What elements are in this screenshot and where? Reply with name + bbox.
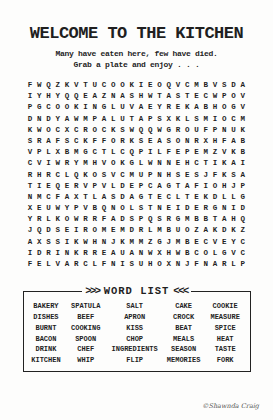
grid-cell-r12c14: T <box>146 203 155 214</box>
grid-cell-r6c4: F <box>53 136 62 147</box>
word-item-burnt: BURNT <box>28 323 65 334</box>
grid-cell-r11c11: D <box>118 192 127 203</box>
grid-cell-r13c2: R <box>35 214 44 225</box>
word-item-dishes: DISHES <box>28 312 65 323</box>
grid-cell-r15c6: K <box>72 237 81 248</box>
grid-cell-r9c22: K <box>220 170 229 181</box>
subtitle-line-1: Many have eaten here, few have died. <box>0 48 273 59</box>
grid-cell-r17c9: F <box>100 259 109 270</box>
grid-cell-r6c11: R <box>118 136 127 147</box>
grid-cell-r12c22: N <box>220 203 229 214</box>
grid-cell-r17c10: N <box>109 259 118 270</box>
grid-cell-r16c7: R <box>81 248 90 259</box>
grid-cell-r15c1: A <box>26 237 35 248</box>
grid-cell-r2c16: A <box>164 91 173 102</box>
grid-cell-r5c18: O <box>183 125 192 136</box>
word-item-beat: BEAT <box>162 323 204 334</box>
grid-cell-r1c17: V <box>174 80 183 91</box>
grid-cell-r17c2: E <box>35 259 44 270</box>
grid-cell-r4c23: C <box>229 114 238 125</box>
grid-cell-r1c1: F <box>26 80 35 91</box>
grid-cell-r9c4: C <box>53 170 62 181</box>
grid-cell-r3c1: P <box>26 102 35 113</box>
grid-cell-r14c15: M <box>155 225 164 236</box>
grid-cell-r14c24: Z <box>238 225 247 236</box>
grid-cell-r6c20: X <box>201 136 210 147</box>
grid-cell-r5c13: Q <box>137 125 146 136</box>
grid-cell-r2c14: W <box>146 91 155 102</box>
grid-cell-r14c19: Z <box>192 225 201 236</box>
grid-cell-r16c17: W <box>174 248 183 259</box>
word-item-whip: WHIP <box>64 355 107 366</box>
grid-cell-r2c4: Y <box>53 91 62 102</box>
grid-cell-r5c1: K <box>26 125 35 136</box>
grid-cell-r15c4: S <box>53 237 62 248</box>
grid-cell-r11c19: E <box>192 192 201 203</box>
grid-cell-r6c2: R <box>35 136 44 147</box>
grid-cell-r8c23: A <box>229 158 238 169</box>
grid-cell-r1c2: W <box>35 80 44 91</box>
grid-cell-r12c8: B <box>90 203 99 214</box>
grid-cell-r15c19: E <box>192 237 201 248</box>
grid-cell-r14c17: U <box>174 225 183 236</box>
grid-cell-r17c24: P <box>238 259 247 270</box>
grid-cell-r10c8: P <box>90 181 99 192</box>
grid-cell-r6c5: S <box>63 136 72 147</box>
grid-cell-r8c22: K <box>220 158 229 169</box>
grid-cell-r12c16: E <box>164 203 173 214</box>
grid-cell-r13c20: B <box>201 214 210 225</box>
grid-cell-r7c24: B <box>238 147 247 158</box>
word-list: BAKERYSPATULASALTCAKECOOKIEDISHESBEEFAPR… <box>28 301 246 366</box>
grid-cell-r17c6: R <box>72 259 81 270</box>
grid-cell-r1c6: V <box>72 80 81 91</box>
grid-cell-r7c4: X <box>53 147 62 158</box>
grid-cell-r2c10: N <box>109 91 118 102</box>
grid-cell-r8c5: R <box>63 158 72 169</box>
word-item-heat: HEAT <box>205 334 246 345</box>
grid-cell-r8c2: V <box>35 158 44 169</box>
grid-cell-r3c14: E <box>146 102 155 113</box>
grid-cell-r1c24: A <box>238 80 247 91</box>
word-item-taste: TASTE <box>205 344 246 355</box>
grid-cell-r15c21: V <box>211 237 220 248</box>
word-item-ingredients: INGREDIENTS <box>107 344 162 355</box>
grid-cell-r13c22: A <box>220 214 229 225</box>
grid-cell-r3c24: V <box>238 102 247 113</box>
grid-cell-r17c7: C <box>81 259 90 270</box>
grid-cell-r8c10: O <box>109 158 118 169</box>
grid-cell-r8c16: N <box>164 158 173 169</box>
grid-cell-r10c23: J <box>229 181 238 192</box>
grid-cell-r6c6: C <box>72 136 81 147</box>
grid-cell-r7c14: I <box>146 147 155 158</box>
grid-cell-r7c21: Z <box>211 147 220 158</box>
grid-cell-r7c18: P <box>183 147 192 158</box>
grid-cell-r14c4: S <box>53 225 62 236</box>
grid-cell-r1c5: K <box>63 80 72 91</box>
grid-cell-r9c19: S <box>192 170 201 181</box>
grid-cell-r16c16: H <box>164 248 173 259</box>
grid-cell-r1c13: I <box>137 80 146 91</box>
grid-cell-r12c20: R <box>201 203 210 214</box>
grid-cell-r3c23: G <box>229 102 238 113</box>
grid-cell-r14c2: Q <box>35 225 44 236</box>
grid-cell-r10c11: D <box>118 181 127 192</box>
grid-cell-r5c9: C <box>100 125 109 136</box>
grid-cell-r16c8: R <box>90 248 99 259</box>
grid-cell-r9c7: K <box>81 170 90 181</box>
grid-cell-r3c6: K <box>72 102 81 113</box>
grid-cell-r16c24: C <box>238 248 247 259</box>
grid-cell-r10c7: V <box>81 181 90 192</box>
grid-cell-r4c18: L <box>183 114 192 125</box>
grid-cell-r4c10: L <box>109 114 118 125</box>
word-list-box: >>>WORD LIST<<< BAKERYSPATULASALTCAKECOO… <box>23 291 251 372</box>
grid-cell-r4c3: D <box>44 114 53 125</box>
grid-cell-r7c22: V <box>220 147 229 158</box>
grid-cell-r12c2: E <box>35 203 44 214</box>
grid-cell-r5c16: G <box>164 125 173 136</box>
grid-cell-r11c10: S <box>109 192 118 203</box>
grid-cell-r10c17: T <box>174 181 183 192</box>
grid-cell-r5c4: C <box>53 125 62 136</box>
grid-cell-r13c3: L <box>44 214 53 225</box>
grid-cell-r13c5: O <box>63 214 72 225</box>
grid-cell-r6c12: K <box>127 136 136 147</box>
grid-cell-r16c14: W <box>146 248 155 259</box>
grid-cell-r13c23: H <box>229 214 238 225</box>
word-item-spoon: SPOON <box>64 334 107 345</box>
subtitle-line-2: Grab a plate and enjoy . . . <box>0 59 273 70</box>
grid-cell-r9c1: R <box>26 170 35 181</box>
word-item-season: SEASON <box>162 344 204 355</box>
grid-cell-r13c19: B <box>192 214 201 225</box>
grid-cell-r17c5: A <box>63 259 72 270</box>
grid-cell-r10c2: I <box>35 181 44 192</box>
grid-cell-r8c3: I <box>44 158 53 169</box>
grid-cell-r16c1: I <box>26 248 35 259</box>
grid-cell-r15c23: Y <box>229 237 238 248</box>
grid-cell-r16c21: L <box>211 248 220 259</box>
grid-cell-r13c6: W <box>72 214 81 225</box>
grid-cell-r17c11: I <box>118 259 127 270</box>
grid-cell-r3c9: G <box>100 102 109 113</box>
grid-cell-r16c9: E <box>100 248 109 259</box>
grid-cell-r7c10: L <box>109 147 118 158</box>
grid-cell-r8c8: H <box>90 158 99 169</box>
grid-cell-r11c13: G <box>137 192 146 203</box>
grid-cell-r1c18: C <box>183 80 192 91</box>
grid-cell-r14c14: L <box>146 225 155 236</box>
grid-cell-r7c8: C <box>90 147 99 158</box>
grid-cell-r3c15: Y <box>155 102 164 113</box>
word-list-header: >>>WORD LIST<<< <box>24 285 250 298</box>
grid-cell-r17c22: R <box>220 259 229 270</box>
grid-cell-r15c17: M <box>174 237 183 248</box>
grid-cell-r5c22: N <box>220 125 229 136</box>
grid-cell-r13c24: Q <box>238 214 247 225</box>
grid-cell-r6c23: A <box>229 136 238 147</box>
grid-cell-r10c4: Q <box>53 181 62 192</box>
grid-cell-r14c6: I <box>72 225 81 236</box>
grid-cell-r7c7: G <box>81 147 90 158</box>
grid-cell-r15c20: C <box>201 237 210 248</box>
grid-cell-r4c7: M <box>81 114 90 125</box>
word-item-kitchen: KITCHEN <box>28 355 65 366</box>
grid-cell-r13c17: G <box>174 214 183 225</box>
grid-cell-r5c23: U <box>229 125 238 136</box>
grid-cell-r16c6: K <box>72 248 81 259</box>
word-item-kiss: KISS <box>107 323 162 334</box>
grid-cell-r13c18: M <box>183 214 192 225</box>
grid-cell-r10c13: P <box>137 181 146 192</box>
grid-cell-r2c7: E <box>81 91 90 102</box>
grid-cell-r6c17: O <box>174 136 183 147</box>
grid-cell-r13c1: Y <box>26 214 35 225</box>
grid-cell-r9c14: P <box>146 170 155 181</box>
grid-cell-r3c13: A <box>137 102 146 113</box>
grid-cell-r1c11: O <box>118 80 127 91</box>
grid-cell-r11c23: L <box>229 192 238 203</box>
grid-cell-r6c3: A <box>44 136 53 147</box>
grid-cell-r13c4: K <box>53 214 62 225</box>
grid-cell-r8c1: C <box>26 158 35 169</box>
grid-cell-r8c15: N <box>155 158 164 169</box>
grid-cell-r7c6: M <box>72 147 81 158</box>
grid-cell-r17c19: F <box>192 259 201 270</box>
grid-cell-r11c14: T <box>146 192 155 203</box>
grid-cell-r10c10: L <box>109 181 118 192</box>
grid-cell-r9c9: S <box>100 170 109 181</box>
grid-cell-r4c19: S <box>192 114 201 125</box>
grid-cell-r1c19: M <box>192 80 201 91</box>
grid-cell-r3c8: N <box>90 102 99 113</box>
grid-cell-r12c18: D <box>183 203 192 214</box>
word-item-cake: CAKE <box>162 301 204 312</box>
grid-cell-r6c9: F <box>100 136 109 147</box>
grid-cell-r15c10: J <box>109 237 118 248</box>
word-item-drink: DRINK <box>28 344 65 355</box>
grid-cell-r13c10: A <box>109 214 118 225</box>
grid-cell-r2c6: Q <box>72 91 81 102</box>
grid-cell-r5c8: O <box>90 125 99 136</box>
grid-cell-r9c8: O <box>90 170 99 181</box>
grid-cell-r5c17: R <box>174 125 183 136</box>
grid-cell-r2c5: Q <box>63 91 72 102</box>
grid-cell-r6c16: S <box>164 136 173 147</box>
word-search-poster: WELCOME TO THE KITCHEN Many have eaten h… <box>0 0 273 420</box>
grid-cell-r11c1: N <box>26 192 35 203</box>
grid-cell-r16c2: D <box>35 248 44 259</box>
grid-cell-r17c21: A <box>211 259 220 270</box>
word-search-grid: FWQZKVTUCOOKIEOQVCMBVSDAIYHYQQEAZNASHWTA… <box>26 80 248 270</box>
grid-cell-r15c11: K <box>118 237 127 248</box>
artist-signature: ©Shawnda Craig <box>202 402 259 410</box>
grid-cell-r10c3: E <box>44 181 53 192</box>
grid-cell-r12c5: Y <box>63 203 72 214</box>
grid-cell-r10c20: I <box>201 181 210 192</box>
grid-cell-r1c3: Q <box>44 80 53 91</box>
word-item-fork: FORK <box>205 355 246 366</box>
grid-cell-r14c1: J <box>26 225 35 236</box>
grid-cell-r7c19: E <box>192 147 201 158</box>
grid-cell-r9c16: H <box>164 170 173 181</box>
grid-cell-r13c12: S <box>127 214 136 225</box>
grid-cell-r8c4: W <box>53 158 62 169</box>
grid-cell-r12c13: S <box>137 203 146 214</box>
grid-cell-r2c21: W <box>211 91 220 102</box>
grid-cell-r12c21: G <box>211 203 220 214</box>
grid-cell-r9c6: Q <box>72 170 81 181</box>
grid-cell-r17c15: O <box>155 259 164 270</box>
grid-cell-r8c21: I <box>211 158 220 169</box>
grid-cell-r9c21: F <box>211 170 220 181</box>
grid-cell-r15c22: E <box>220 237 229 248</box>
grid-cell-r11c12: A <box>127 192 136 203</box>
grid-cell-r1c14: E <box>146 80 155 91</box>
grid-cell-r7c11: C <box>118 147 127 158</box>
grid-cell-r17c23: L <box>229 259 238 270</box>
grid-cell-r7c13: P <box>137 147 146 158</box>
grid-cell-r13c15: S <box>155 214 164 225</box>
grid-cell-r8c14: W <box>146 158 155 169</box>
grid-cell-r4c12: T <box>127 114 136 125</box>
grid-cell-r10c24: P <box>238 181 247 192</box>
grid-cell-r14c3: D <box>44 225 53 236</box>
grid-cell-r13c9: F <box>100 214 109 225</box>
grid-cell-r8c24: I <box>238 158 247 169</box>
word-item-flip: FLIP <box>107 355 162 366</box>
grid-cell-r11c9: A <box>100 192 109 203</box>
grid-cell-r16c12: A <box>127 248 136 259</box>
grid-cell-r16c15: X <box>155 248 164 259</box>
grid-cell-r14c8: O <box>90 225 99 236</box>
grid-cell-r10c16: G <box>164 181 173 192</box>
grid-cell-r3c16: R <box>164 102 173 113</box>
grid-cell-r8c6: Y <box>72 158 81 169</box>
grid-cell-r11c17: L <box>174 192 183 203</box>
grid-cell-r11c22: L <box>220 192 229 203</box>
grid-cell-r7c12: Q <box>127 147 136 158</box>
grid-cell-r3c21: H <box>211 102 220 113</box>
grid-cell-r1c23: D <box>229 80 238 91</box>
grid-cell-r14c23: K <box>229 225 238 236</box>
grid-cell-r7c1: V <box>26 147 35 158</box>
grid-cell-r6c24: B <box>238 136 247 147</box>
grid-cell-r12c24: D <box>238 203 247 214</box>
grid-cell-r16c18: B <box>183 248 192 259</box>
grid-cell-r3c22: O <box>220 102 229 113</box>
grid-cell-r8c19: C <box>192 158 201 169</box>
grid-cell-r17c16: X <box>164 259 173 270</box>
grid-cell-r10c12: E <box>127 181 136 192</box>
word-item-spice: SPICE <box>205 323 246 334</box>
grid-cell-r8c13: L <box>137 158 146 169</box>
grid-cell-r14c22: D <box>220 225 229 236</box>
grid-cell-r13c14: Q <box>146 214 155 225</box>
grid-cell-r1c22: S <box>220 80 229 91</box>
grid-cell-r8c20: T <box>201 158 210 169</box>
grid-cell-r2c23: O <box>229 91 238 102</box>
grid-cell-r14c10: E <box>109 225 118 236</box>
grid-cell-r16c11: U <box>118 248 127 259</box>
grid-cell-r2c3: H <box>44 91 53 102</box>
grid-cell-r5c7: R <box>81 125 90 136</box>
grid-cell-r2c22: P <box>220 91 229 102</box>
grid-cell-r3c18: K <box>183 102 192 113</box>
grid-cell-r3c7: I <box>81 102 90 113</box>
grid-cell-r5c12: W <box>127 125 136 136</box>
grid-cell-r13c11: D <box>118 214 127 225</box>
grid-cell-r12c23: I <box>229 203 238 214</box>
grid-cell-r5c14: Q <box>146 125 155 136</box>
grid-cell-r17c14: H <box>146 259 155 270</box>
grid-cell-r12c10: N <box>109 203 118 214</box>
grid-cell-r13c8: R <box>90 214 99 225</box>
grid-cell-r9c17: S <box>174 170 183 181</box>
grid-cell-r15c18: B <box>183 237 192 248</box>
grid-cell-r15c15: G <box>155 237 164 248</box>
grid-cell-r9c5: L <box>63 170 72 181</box>
grid-cell-r10c21: O <box>211 181 220 192</box>
word-item-chop: CHOP <box>107 334 162 345</box>
word-item-crock: CROCK <box>162 312 204 323</box>
grid-cell-r7c20: M <box>201 147 210 158</box>
grid-cell-r1c9: C <box>100 80 109 91</box>
grid-cell-r8c18: H <box>183 158 192 169</box>
word-item-spatula: SPATULA <box>64 301 107 312</box>
grid-cell-r9c10: V <box>109 170 118 181</box>
grid-cell-r4c17: K <box>174 114 183 125</box>
grid-cell-r6c8: F <box>90 136 99 147</box>
grid-cell-r2c20: C <box>201 91 210 102</box>
grid-cell-r11c6: X <box>72 192 81 203</box>
grid-cell-r3c10: L <box>109 102 118 113</box>
grid-cell-r3c2: G <box>35 102 44 113</box>
grid-cell-r12c9: Q <box>100 203 109 214</box>
grid-cell-r7c2: P <box>35 147 44 158</box>
grid-cell-r16c10: A <box>109 248 118 259</box>
grid-cell-r11c15: E <box>155 192 164 203</box>
grid-cell-r2c11: A <box>118 91 127 102</box>
word-item-cookie: COOKIE <box>205 301 246 312</box>
grid-cell-r12c4: W <box>53 203 62 214</box>
grid-cell-r16c3: R <box>44 248 53 259</box>
grid-cell-r13c13: P <box>137 214 146 225</box>
grid-cell-r15c7: W <box>81 237 90 248</box>
grid-cell-r5c19: U <box>192 125 201 136</box>
grid-cell-r4c6: W <box>72 114 81 125</box>
grid-cell-r12c6: P <box>72 203 81 214</box>
grid-cell-r10c9: V <box>100 181 109 192</box>
arrows-right-icon: >>> <box>85 285 99 297</box>
grid-cell-r10c22: H <box>220 181 229 192</box>
grid-cell-r11c24: G <box>238 192 247 203</box>
grid-cell-r4c21: I <box>211 114 220 125</box>
grid-cell-r16c19: C <box>192 248 201 259</box>
grid-cell-r2c18: T <box>183 91 192 102</box>
grid-cell-r1c16: Q <box>164 80 173 91</box>
grid-cell-r14c9: M <box>100 225 109 236</box>
grid-cell-r9c13: U <box>137 170 146 181</box>
grid-cell-r8c7: M <box>81 158 90 169</box>
grid-cell-r16c4: I <box>53 248 62 259</box>
grid-cell-r9c24: A <box>238 170 247 181</box>
grid-cell-r11c3: C <box>44 192 53 203</box>
grid-cell-r16c5: N <box>63 248 72 259</box>
grid-cell-r17c3: L <box>44 259 53 270</box>
